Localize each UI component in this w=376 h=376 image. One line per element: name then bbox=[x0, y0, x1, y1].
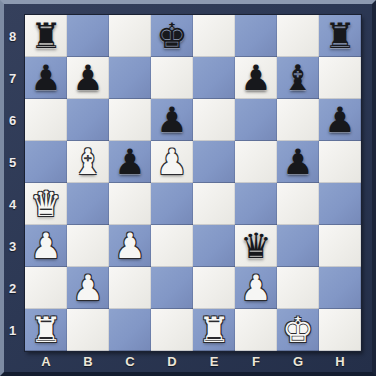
square-c1[interactable] bbox=[109, 309, 151, 351]
black-pawn-g5[interactable]: ♟ bbox=[277, 141, 319, 183]
square-f6[interactable] bbox=[235, 99, 277, 141]
square-a4[interactable]: ♛ bbox=[25, 183, 67, 225]
square-h8[interactable]: ♜ bbox=[319, 15, 361, 57]
black-pawn-h6[interactable]: ♟ bbox=[319, 99, 361, 141]
square-d4[interactable] bbox=[151, 183, 193, 225]
square-e5[interactable] bbox=[193, 141, 235, 183]
square-c3[interactable]: ♟ bbox=[109, 225, 151, 267]
square-f3[interactable]: ♛ bbox=[235, 225, 277, 267]
square-e2[interactable] bbox=[193, 267, 235, 309]
square-g7[interactable]: ♝ bbox=[277, 57, 319, 99]
square-a8[interactable]: ♜ bbox=[25, 15, 67, 57]
square-c6[interactable] bbox=[109, 99, 151, 141]
black-bishop-g7[interactable]: ♝ bbox=[277, 57, 319, 99]
black-queen-f3[interactable]: ♛ bbox=[235, 225, 277, 267]
black-pawn-f7[interactable]: ♟ bbox=[235, 57, 277, 99]
square-e6[interactable] bbox=[193, 99, 235, 141]
black-pawn-b7[interactable]: ♟ bbox=[67, 57, 109, 99]
white-king-g1[interactable]: ♚ bbox=[277, 309, 319, 351]
square-b7[interactable]: ♟ bbox=[67, 57, 109, 99]
file-label-g: G bbox=[277, 351, 319, 372]
square-a2[interactable] bbox=[25, 267, 67, 309]
square-c4[interactable] bbox=[109, 183, 151, 225]
square-a1[interactable]: ♜ bbox=[25, 309, 67, 351]
square-d1[interactable] bbox=[151, 309, 193, 351]
square-b4[interactable] bbox=[67, 183, 109, 225]
square-b1[interactable] bbox=[67, 309, 109, 351]
square-a7[interactable]: ♟ bbox=[25, 57, 67, 99]
file-labels: ABCDEFGH bbox=[25, 351, 361, 372]
square-g6[interactable] bbox=[277, 99, 319, 141]
rank-label-1: 1 bbox=[0, 309, 25, 351]
file-label-a: A bbox=[25, 351, 67, 372]
square-e7[interactable] bbox=[193, 57, 235, 99]
square-g3[interactable] bbox=[277, 225, 319, 267]
square-d8[interactable]: ♚ bbox=[151, 15, 193, 57]
square-h4[interactable] bbox=[319, 183, 361, 225]
square-a6[interactable] bbox=[25, 99, 67, 141]
rank-label-7: 7 bbox=[0, 57, 25, 99]
square-g4[interactable] bbox=[277, 183, 319, 225]
rank-label-4: 4 bbox=[0, 183, 25, 225]
black-pawn-a7[interactable]: ♟ bbox=[25, 57, 67, 99]
file-label-d: D bbox=[151, 351, 193, 372]
square-e4[interactable] bbox=[193, 183, 235, 225]
white-pawn-f2[interactable]: ♟ bbox=[235, 267, 277, 309]
white-queen-a4[interactable]: ♛ bbox=[25, 183, 67, 225]
black-rook-a8[interactable]: ♜ bbox=[25, 15, 67, 57]
white-pawn-c3[interactable]: ♟ bbox=[109, 225, 151, 267]
square-e1[interactable]: ♜ bbox=[193, 309, 235, 351]
square-h2[interactable] bbox=[319, 267, 361, 309]
board: ♜♚♜♟♟♟♝♟♟♝♟♟♟♛♟♟♛♟♟♜♜♚ bbox=[25, 15, 361, 351]
square-g2[interactable] bbox=[277, 267, 319, 309]
square-c5[interactable]: ♟ bbox=[109, 141, 151, 183]
square-f8[interactable] bbox=[235, 15, 277, 57]
square-b5[interactable]: ♝ bbox=[67, 141, 109, 183]
square-h1[interactable] bbox=[319, 309, 361, 351]
square-f5[interactable] bbox=[235, 141, 277, 183]
rank-label-3: 3 bbox=[0, 225, 25, 267]
black-rook-h8[interactable]: ♜ bbox=[319, 15, 361, 57]
white-bishop-b5[interactable]: ♝ bbox=[67, 141, 109, 183]
rank-label-5: 5 bbox=[0, 141, 25, 183]
file-label-h: H bbox=[319, 351, 361, 372]
rank-label-6: 6 bbox=[0, 99, 25, 141]
white-rook-e1[interactable]: ♜ bbox=[193, 309, 235, 351]
rank-labels: 87654321 bbox=[0, 15, 25, 351]
rank-label-2: 2 bbox=[0, 267, 25, 309]
square-e3[interactable] bbox=[193, 225, 235, 267]
square-b2[interactable]: ♟ bbox=[67, 267, 109, 309]
file-label-f: F bbox=[235, 351, 277, 372]
square-a3[interactable]: ♟ bbox=[25, 225, 67, 267]
chess-diagram: 87654321 ♜♚♜♟♟♟♝♟♟♝♟♟♟♛♟♟♛♟♟♜♜♚ ABCDEFGH bbox=[0, 0, 376, 376]
rank-label-8: 8 bbox=[0, 15, 25, 57]
square-f4[interactable] bbox=[235, 183, 277, 225]
black-king-d8[interactable]: ♚ bbox=[151, 15, 193, 57]
black-pawn-c5[interactable]: ♟ bbox=[109, 141, 151, 183]
white-pawn-a3[interactable]: ♟ bbox=[25, 225, 67, 267]
square-h6[interactable]: ♟ bbox=[319, 99, 361, 141]
square-d7[interactable] bbox=[151, 57, 193, 99]
square-h5[interactable] bbox=[319, 141, 361, 183]
square-c7[interactable] bbox=[109, 57, 151, 99]
square-f7[interactable]: ♟ bbox=[235, 57, 277, 99]
white-pawn-b2[interactable]: ♟ bbox=[67, 267, 109, 309]
square-g1[interactable]: ♚ bbox=[277, 309, 319, 351]
file-label-c: C bbox=[109, 351, 151, 372]
white-pawn-d5[interactable]: ♟ bbox=[151, 141, 193, 183]
square-b6[interactable] bbox=[67, 99, 109, 141]
square-d3[interactable] bbox=[151, 225, 193, 267]
square-d5[interactable]: ♟ bbox=[151, 141, 193, 183]
square-h3[interactable] bbox=[319, 225, 361, 267]
square-c2[interactable] bbox=[109, 267, 151, 309]
white-rook-a1[interactable]: ♜ bbox=[25, 309, 67, 351]
square-g5[interactable]: ♟ bbox=[277, 141, 319, 183]
file-label-b: B bbox=[67, 351, 109, 372]
square-d2[interactable] bbox=[151, 267, 193, 309]
square-d6[interactable]: ♟ bbox=[151, 99, 193, 141]
square-g8[interactable] bbox=[277, 15, 319, 57]
square-b8[interactable] bbox=[67, 15, 109, 57]
square-c8[interactable] bbox=[109, 15, 151, 57]
square-h7[interactable] bbox=[319, 57, 361, 99]
square-f2[interactable]: ♟ bbox=[235, 267, 277, 309]
square-b3[interactable] bbox=[67, 225, 109, 267]
black-pawn-d6[interactable]: ♟ bbox=[151, 99, 193, 141]
square-e8[interactable] bbox=[193, 15, 235, 57]
square-a5[interactable] bbox=[25, 141, 67, 183]
file-label-e: E bbox=[193, 351, 235, 372]
square-f1[interactable] bbox=[235, 309, 277, 351]
